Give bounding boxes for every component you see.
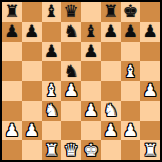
white-pawn-d4: ♟ [64,82,79,99]
square-f7[interactable]: ♟ [101,22,121,42]
square-d2[interactable] [61,121,81,141]
black-pawn-a7: ♟ [4,23,19,40]
square-b5[interactable] [22,61,42,81]
square-e1[interactable]: ♚ [81,140,101,160]
white-pawn-h4: ♟ [143,82,158,99]
white-pawn-b2: ♟ [24,122,39,139]
square-h4[interactable]: ♟ [140,81,160,101]
square-c3[interactable]: ♞ [42,101,62,121]
black-pawn-g7: ♟ [123,23,138,40]
square-d4[interactable]: ♟ [61,81,81,101]
square-b3[interactable] [22,101,42,121]
white-pawn-f2: ♟ [103,122,118,139]
square-a4[interactable] [2,81,22,101]
square-h8[interactable] [140,2,160,22]
square-a8[interactable]: ♜ [2,2,22,22]
square-d6[interactable] [61,42,81,62]
square-f5[interactable] [101,61,121,81]
square-a7[interactable]: ♟ [2,22,22,42]
square-b8[interactable] [22,2,42,22]
square-b2[interactable]: ♟ [22,121,42,141]
white-knight-f3: ♞ [103,102,118,119]
square-e5[interactable] [81,61,101,81]
square-a6[interactable] [2,42,22,62]
black-pawn-h7: ♟ [143,23,158,40]
square-c4[interactable]: ♝ [42,81,62,101]
white-rook-h1: ♜ [143,142,158,159]
square-g5[interactable]: ♝ [121,61,141,81]
square-e3[interactable]: ♟ [81,101,101,121]
square-b4[interactable] [22,81,42,101]
square-f3[interactable]: ♞ [101,101,121,121]
square-h7[interactable]: ♟ [140,22,160,42]
square-b6[interactable] [22,42,42,62]
white-pawn-e3: ♟ [83,102,98,119]
chess-board: ♜♝♛♜♚♟♟♞♝♟♟♟♟♟♞♝♝♟♟♞♟♞♟♟♟♟♜♛♚♜ [0,0,162,162]
square-g6[interactable] [121,42,141,62]
black-queen-d8: ♛ [64,3,79,20]
square-h2[interactable] [140,121,160,141]
square-h5[interactable] [140,61,160,81]
square-g4[interactable] [121,81,141,101]
square-c5[interactable] [42,61,62,81]
black-knight-d7: ♞ [64,23,79,40]
square-f6[interactable] [101,42,121,62]
square-e8[interactable] [81,2,101,22]
square-c2[interactable] [42,121,62,141]
black-pawn-c6: ♟ [44,43,59,60]
square-g1[interactable] [121,140,141,160]
square-e7[interactable]: ♝ [81,22,101,42]
square-c6[interactable]: ♟ [42,42,62,62]
black-pawn-b7: ♟ [24,23,39,40]
white-queen-d1: ♛ [64,142,79,159]
square-a3[interactable] [2,101,22,121]
square-a5[interactable] [2,61,22,81]
square-d5[interactable]: ♞ [61,61,81,81]
square-b1[interactable] [22,140,42,160]
square-a1[interactable] [2,140,22,160]
white-bishop-g5: ♝ [123,63,138,80]
square-d3[interactable] [61,101,81,121]
square-f4[interactable] [101,81,121,101]
black-king-g8: ♚ [123,3,138,20]
square-e4[interactable] [81,81,101,101]
square-d8[interactable]: ♛ [61,2,81,22]
black-knight-d5: ♞ [64,63,79,80]
black-pawn-e6: ♟ [83,43,98,60]
square-e2[interactable] [81,121,101,141]
black-rook-f8: ♜ [103,3,118,20]
square-f8[interactable]: ♜ [101,2,121,22]
square-f1[interactable] [101,140,121,160]
square-g2[interactable]: ♟ [121,121,141,141]
square-c8[interactable]: ♝ [42,2,62,22]
white-king-e1: ♚ [83,142,98,159]
white-rook-c1: ♜ [44,142,59,159]
white-bishop-c4: ♝ [44,82,59,99]
square-c7[interactable] [42,22,62,42]
square-h6[interactable] [140,42,160,62]
square-h1[interactable]: ♜ [140,140,160,160]
square-d7[interactable]: ♞ [61,22,81,42]
black-rook-a8: ♜ [4,3,19,20]
square-g8[interactable]: ♚ [121,2,141,22]
square-e6[interactable]: ♟ [81,42,101,62]
square-b7[interactable]: ♟ [22,22,42,42]
white-pawn-g2: ♟ [123,122,138,139]
square-g3[interactable] [121,101,141,121]
square-a2[interactable]: ♟ [2,121,22,141]
square-c1[interactable]: ♜ [42,140,62,160]
square-h3[interactable] [140,101,160,121]
white-knight-c3: ♞ [44,102,59,119]
black-pawn-f7: ♟ [103,23,118,40]
black-bishop-e7: ♝ [83,23,98,40]
square-d1[interactable]: ♛ [61,140,81,160]
white-pawn-a2: ♟ [4,122,19,139]
black-bishop-c8: ♝ [44,3,59,20]
square-f2[interactable]: ♟ [101,121,121,141]
square-g7[interactable]: ♟ [121,22,141,42]
